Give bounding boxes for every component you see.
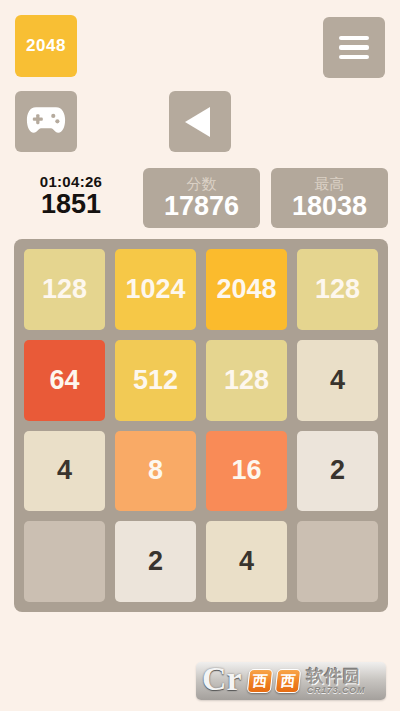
tile-r2c1: 8 [115, 431, 196, 512]
tile-r1c2: 128 [206, 340, 287, 421]
timer-block: 01:04:26 1851 [15, 173, 127, 220]
best-label: 最高 [315, 175, 345, 192]
tile-r1c3: 4 [297, 340, 378, 421]
tile-r2c3: 2 [297, 431, 378, 512]
undo-back-button[interactable] [169, 91, 231, 152]
watermark-monogram: Cr [202, 662, 242, 696]
tile-r2c2: 16 [206, 431, 287, 512]
move-count: 1851 [15, 190, 127, 220]
tile-r3c0 [24, 521, 105, 602]
menu-button[interactable] [323, 17, 385, 78]
watermark-char-box-1: 西 [246, 669, 273, 693]
tile-r3c1: 2 [115, 521, 196, 602]
gamepad-icon [26, 106, 66, 137]
score-value: 17876 [164, 192, 239, 222]
tile-r3c2: 4 [206, 521, 287, 602]
tile-r0c0: 128 [24, 249, 105, 330]
tile-r1c0: 64 [24, 340, 105, 421]
hamburger-icon [339, 36, 369, 41]
watermark-text: 软件园 CR173.COM [307, 668, 366, 695]
best-score-box: 最高 18038 [271, 168, 388, 228]
tile-r1c1: 512 [115, 340, 196, 421]
timer-value: 01:04:26 [15, 173, 127, 190]
tile-r3c3 [297, 521, 378, 602]
watermark-site-url: CR173.COM [307, 686, 366, 695]
score-box: 分数 17876 [143, 168, 260, 228]
watermark-char-box-2: 西 [274, 669, 301, 693]
game-screen: 2048 01:04:26 1851 分数 17876 最高 18038 [0, 0, 400, 711]
app-logo-label: 2048 [26, 36, 66, 56]
watermark-banner: Cr 西 西 软件园 CR173.COM [196, 662, 386, 700]
best-value: 18038 [292, 192, 367, 222]
app-logo-tile: 2048 [15, 15, 77, 77]
tile-r0c3: 128 [297, 249, 378, 330]
watermark-site-name: 软件园 [307, 668, 366, 685]
tile-r2c0: 4 [24, 431, 105, 512]
tile-r0c2: 2048 [206, 249, 287, 330]
score-label: 分数 [187, 175, 217, 192]
back-arrow-icon [185, 107, 210, 137]
game-board[interactable]: 128 1024 2048 128 64 512 128 4 4 8 16 2 … [14, 239, 388, 612]
tile-r0c1: 1024 [115, 249, 196, 330]
games-button[interactable] [15, 91, 77, 152]
